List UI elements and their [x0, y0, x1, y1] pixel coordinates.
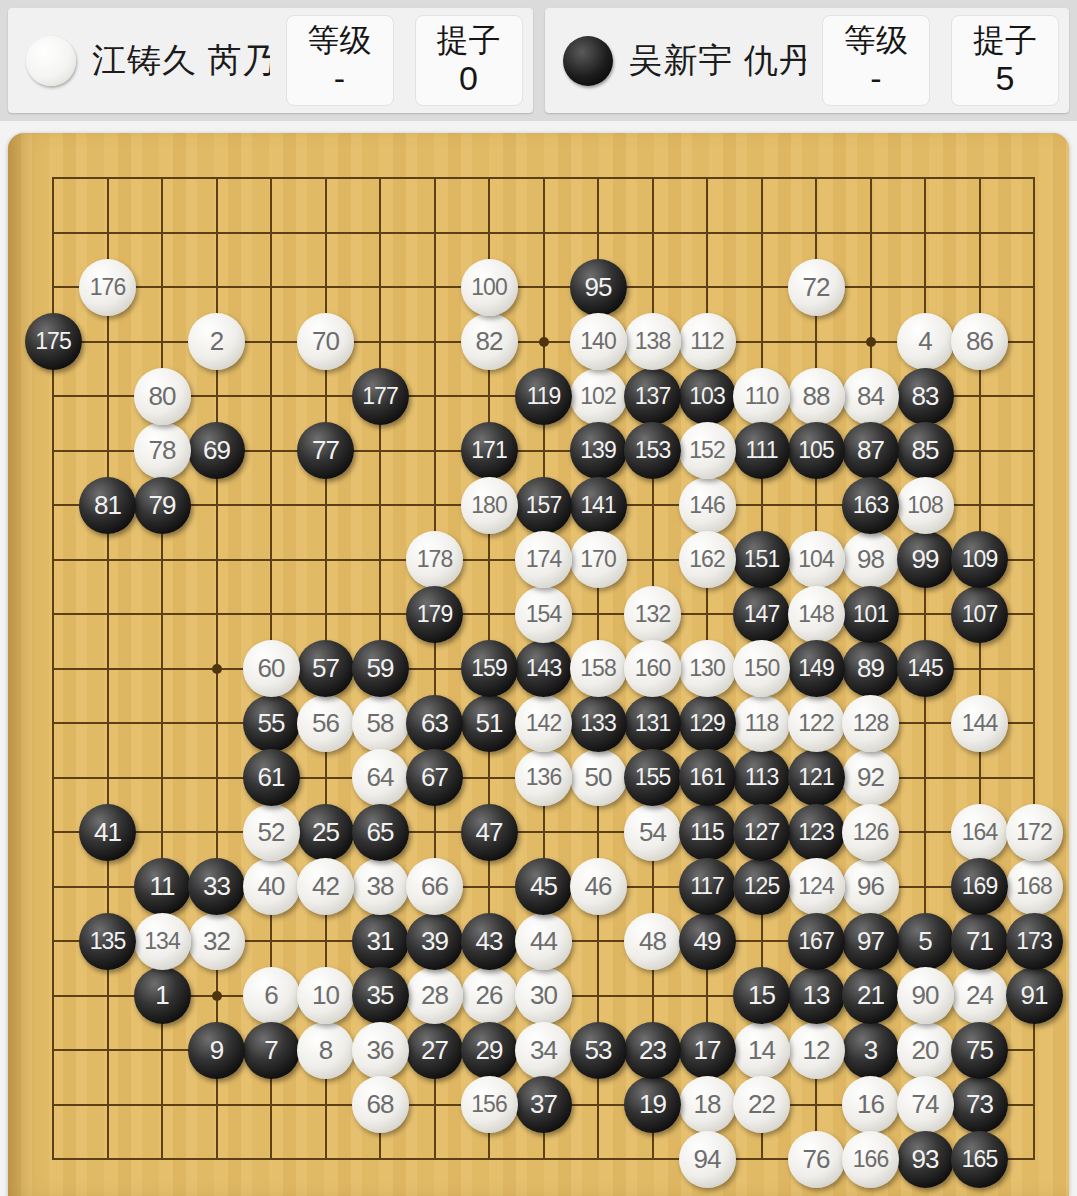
stone-black-159: 159 — [461, 640, 518, 697]
stone-black-141: 141 — [570, 477, 627, 534]
stone-black-97: 97 — [842, 913, 899, 970]
stone-white-48: 48 — [624, 913, 681, 970]
stone-white-40: 40 — [243, 858, 300, 915]
stone-black-45: 45 — [515, 858, 572, 915]
stone-white-100: 100 — [461, 259, 518, 316]
stone-white-46: 46 — [570, 858, 627, 915]
stone-white-66: 66 — [406, 858, 463, 915]
stone-white-174: 174 — [515, 531, 572, 588]
stone-white-132: 132 — [624, 586, 681, 643]
stone-white-82: 82 — [461, 313, 518, 370]
stone-black-169: 169 — [951, 858, 1008, 915]
stone-white-50: 50 — [570, 749, 627, 806]
stone-black-125: 125 — [733, 858, 790, 915]
stone-white-108: 108 — [897, 477, 954, 534]
stone-white-88: 88 — [788, 368, 845, 425]
stone-black-31: 31 — [352, 913, 409, 970]
stone-black-5: 5 — [897, 913, 954, 970]
black-rank-value: - — [870, 60, 881, 97]
stone-white-42: 42 — [297, 858, 354, 915]
stone-white-86: 86 — [951, 313, 1008, 370]
stone-white-140: 140 — [570, 313, 627, 370]
stone-white-12: 12 — [788, 1022, 845, 1079]
stone-white-128: 128 — [842, 695, 899, 752]
stone-white-80: 80 — [134, 368, 191, 425]
stone-white-156: 156 — [461, 1076, 518, 1133]
stone-white-162: 162 — [679, 531, 736, 588]
stone-black-153: 153 — [624, 422, 681, 479]
stone-black-21: 21 — [842, 967, 899, 1024]
stone-white-110: 110 — [733, 368, 790, 425]
stone-black-145: 145 — [897, 640, 954, 697]
stone-black-11: 11 — [134, 858, 191, 915]
stone-white-144: 144 — [951, 695, 1008, 752]
player-panel-black: 吴新宇 仇丹云 等级 - 提子 5 — [545, 8, 1070, 113]
stone-black-149: 149 — [788, 640, 845, 697]
stone-black-27: 27 — [406, 1022, 463, 1079]
black-captures-box: 提子 5 — [951, 15, 1059, 106]
white-captures-value: 0 — [459, 60, 478, 97]
stone-black-89: 89 — [842, 640, 899, 697]
black-captures-label: 提子 — [973, 23, 1037, 58]
stone-black-173: 173 — [1006, 913, 1063, 970]
stone-white-136: 136 — [515, 749, 572, 806]
stone-white-76: 76 — [788, 1131, 845, 1188]
stone-black-99: 99 — [897, 531, 954, 588]
star-point — [212, 664, 222, 674]
stone-black-25: 25 — [297, 804, 354, 861]
stone-white-96: 96 — [842, 858, 899, 915]
stone-black-33: 33 — [188, 858, 245, 915]
stone-black-65: 65 — [352, 804, 409, 861]
stone-black-137: 137 — [624, 368, 681, 425]
stone-white-64: 64 — [352, 749, 409, 806]
stone-white-52: 52 — [243, 804, 300, 861]
white-rank-value: - — [334, 60, 345, 97]
stone-black-39: 39 — [406, 913, 463, 970]
star-point — [212, 991, 222, 1001]
stone-black-7: 7 — [243, 1022, 300, 1079]
stone-white-20: 20 — [897, 1022, 954, 1079]
stone-black-19: 19 — [624, 1076, 681, 1133]
stone-black-95: 95 — [570, 259, 627, 316]
stone-black-51: 51 — [461, 695, 518, 752]
stone-black-165: 165 — [951, 1131, 1008, 1188]
black-stone-icon — [563, 36, 613, 86]
stone-black-101: 101 — [842, 586, 899, 643]
stone-white-74: 74 — [897, 1076, 954, 1133]
stone-white-142: 142 — [515, 695, 572, 752]
stone-white-10: 10 — [297, 967, 354, 1024]
stone-black-37: 37 — [515, 1076, 572, 1133]
stone-white-124: 124 — [788, 858, 845, 915]
stone-black-81: 81 — [79, 477, 136, 534]
stone-black-49: 49 — [679, 913, 736, 970]
stone-black-43: 43 — [461, 913, 518, 970]
stone-white-134: 134 — [134, 913, 191, 970]
stone-white-148: 148 — [788, 586, 845, 643]
star-point — [866, 337, 876, 347]
stone-white-150: 150 — [733, 640, 790, 697]
stone-white-164: 164 — [951, 804, 1008, 861]
stone-black-179: 179 — [406, 586, 463, 643]
white-captures-box: 提子 0 — [415, 15, 523, 106]
stone-white-126: 126 — [842, 804, 899, 861]
stone-white-28: 28 — [406, 967, 463, 1024]
stone-black-53: 53 — [570, 1022, 627, 1079]
stone-black-123: 123 — [788, 804, 845, 861]
stone-black-61: 61 — [243, 749, 300, 806]
player-panel-white: 江铸久 芮乃伟 等级 - 提子 0 — [8, 8, 533, 113]
stone-black-119: 119 — [515, 368, 572, 425]
stone-black-105: 105 — [788, 422, 845, 479]
stone-white-158: 158 — [570, 640, 627, 697]
black-info-boxes: 等级 - 提子 5 — [822, 15, 1059, 106]
stone-black-171: 171 — [461, 422, 518, 479]
stone-white-104: 104 — [788, 531, 845, 588]
stone-black-115: 115 — [679, 804, 736, 861]
stone-black-161: 161 — [679, 749, 736, 806]
stone-white-14: 14 — [733, 1022, 790, 1079]
stone-black-57: 57 — [297, 640, 354, 697]
stone-white-70: 70 — [297, 313, 354, 370]
stone-white-58: 58 — [352, 695, 409, 752]
black-player-name: 吴新宇 仇丹云 — [629, 38, 807, 84]
stone-white-18: 18 — [679, 1076, 736, 1133]
stone-black-83: 83 — [897, 368, 954, 425]
white-player-name: 江铸久 芮乃伟 — [92, 38, 270, 84]
star-point — [539, 337, 549, 347]
stone-white-36: 36 — [352, 1022, 409, 1079]
white-captures-label: 提子 — [437, 23, 501, 58]
stone-black-155: 155 — [624, 749, 681, 806]
black-rank-box: 等级 - — [822, 15, 930, 106]
stone-black-3: 3 — [842, 1022, 899, 1079]
stone-white-30: 30 — [515, 967, 572, 1024]
stone-black-13: 13 — [788, 967, 845, 1024]
stone-black-131: 131 — [624, 695, 681, 752]
stone-white-84: 84 — [842, 368, 899, 425]
stone-white-170: 170 — [570, 531, 627, 588]
stone-white-32: 32 — [188, 913, 245, 970]
stone-white-78: 78 — [134, 422, 191, 479]
stone-black-143: 143 — [515, 640, 572, 697]
stone-white-2: 2 — [188, 313, 245, 370]
stone-black-87: 87 — [842, 422, 899, 479]
stone-white-118: 118 — [733, 695, 790, 752]
stone-black-109: 109 — [951, 531, 1008, 588]
stone-white-138: 138 — [624, 313, 681, 370]
stone-white-154: 154 — [515, 586, 572, 643]
stone-white-166: 166 — [842, 1131, 899, 1188]
stone-black-15: 15 — [733, 967, 790, 1024]
stone-white-94: 94 — [679, 1131, 736, 1188]
stone-black-77: 77 — [297, 422, 354, 479]
stone-black-55: 55 — [243, 695, 300, 752]
white-rank-label: 等级 — [308, 23, 372, 58]
stone-black-35: 35 — [352, 967, 409, 1024]
stone-black-111: 111 — [733, 422, 790, 479]
stone-black-91: 91 — [1006, 967, 1063, 1024]
stone-black-157: 157 — [515, 477, 572, 534]
stone-white-54: 54 — [624, 804, 681, 861]
stone-white-160: 160 — [624, 640, 681, 697]
stone-black-59: 59 — [352, 640, 409, 697]
stone-black-1: 1 — [134, 967, 191, 1024]
stone-black-147: 147 — [733, 586, 790, 643]
stone-black-23: 23 — [624, 1022, 681, 1079]
stone-black-127: 127 — [733, 804, 790, 861]
stone-white-98: 98 — [842, 531, 899, 588]
stone-white-6: 6 — [243, 967, 300, 1024]
header: 江铸久 芮乃伟 等级 - 提子 0 吴新宇 仇丹云 等级 - 提子 5 — [0, 0, 1077, 121]
stone-white-26: 26 — [461, 967, 518, 1024]
stone-black-135: 135 — [79, 913, 136, 970]
stone-white-122: 122 — [788, 695, 845, 752]
stone-black-113: 113 — [733, 749, 790, 806]
stone-white-72: 72 — [788, 259, 845, 316]
go-board: 1234567891011121314151617181920212223242… — [8, 133, 1069, 1196]
stone-white-90: 90 — [897, 967, 954, 1024]
stone-black-63: 63 — [406, 695, 463, 752]
stone-white-56: 56 — [297, 695, 354, 752]
stone-white-22: 22 — [733, 1076, 790, 1133]
stone-white-16: 16 — [842, 1076, 899, 1133]
stone-black-41: 41 — [79, 804, 136, 861]
stone-black-175: 175 — [25, 313, 82, 370]
stone-black-9: 9 — [188, 1022, 245, 1079]
white-info-boxes: 等级 - 提子 0 — [286, 15, 523, 106]
stone-white-112: 112 — [679, 313, 736, 370]
stone-white-38: 38 — [352, 858, 409, 915]
stone-black-69: 69 — [188, 422, 245, 479]
stone-black-103: 103 — [679, 368, 736, 425]
stone-white-92: 92 — [842, 749, 899, 806]
stone-black-177: 177 — [352, 368, 409, 425]
stone-white-60: 60 — [243, 640, 300, 697]
stone-white-24: 24 — [951, 967, 1008, 1024]
stone-white-102: 102 — [570, 368, 627, 425]
stone-black-121: 121 — [788, 749, 845, 806]
stone-white-44: 44 — [515, 913, 572, 970]
stone-white-172: 172 — [1006, 804, 1063, 861]
stone-black-85: 85 — [897, 422, 954, 479]
stone-black-73: 73 — [951, 1076, 1008, 1133]
stone-black-139: 139 — [570, 422, 627, 479]
stone-black-93: 93 — [897, 1131, 954, 1188]
stone-black-67: 67 — [406, 749, 463, 806]
stone-white-8: 8 — [297, 1022, 354, 1079]
stone-white-178: 178 — [406, 531, 463, 588]
black-captures-value: 5 — [996, 60, 1015, 97]
stone-white-4: 4 — [897, 313, 954, 370]
stone-black-151: 151 — [733, 531, 790, 588]
stone-white-176: 176 — [79, 259, 136, 316]
stone-black-75: 75 — [951, 1022, 1008, 1079]
stone-black-117: 117 — [679, 858, 736, 915]
stone-black-163: 163 — [842, 477, 899, 534]
stone-white-152: 152 — [679, 422, 736, 479]
stone-black-167: 167 — [788, 913, 845, 970]
stone-white-146: 146 — [679, 477, 736, 534]
stone-white-180: 180 — [461, 477, 518, 534]
white-stone-icon — [26, 36, 76, 86]
stone-black-133: 133 — [570, 695, 627, 752]
stone-white-34: 34 — [515, 1022, 572, 1079]
white-rank-box: 等级 - — [286, 15, 394, 106]
stone-black-79: 79 — [134, 477, 191, 534]
stone-white-168: 168 — [1006, 858, 1063, 915]
stone-black-129: 129 — [679, 695, 736, 752]
black-rank-label: 等级 — [844, 23, 908, 58]
stone-white-130: 130 — [679, 640, 736, 697]
stone-white-68: 68 — [352, 1076, 409, 1133]
stone-black-17: 17 — [679, 1022, 736, 1079]
stone-black-47: 47 — [461, 804, 518, 861]
stone-black-107: 107 — [951, 586, 1008, 643]
stone-black-29: 29 — [461, 1022, 518, 1079]
stone-black-71: 71 — [951, 913, 1008, 970]
